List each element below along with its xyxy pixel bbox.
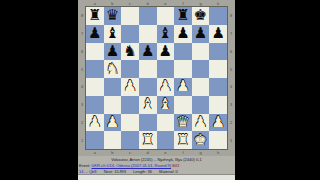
rank-label-8: 8 bbox=[78, 7, 86, 25]
square-f6 bbox=[174, 43, 192, 61]
square-h1 bbox=[209, 131, 227, 149]
file-label-e: e bbox=[157, 149, 175, 156]
square-d7 bbox=[139, 25, 157, 43]
square-f8: ♜ bbox=[174, 7, 192, 25]
square-c4: ♟ bbox=[121, 78, 139, 96]
file-label-c: c bbox=[121, 0, 139, 7]
square-h2: ♟ bbox=[209, 114, 227, 132]
square-e4: ♟ bbox=[157, 78, 175, 96]
square-e7: ♝ bbox=[157, 25, 175, 43]
rank-label-2: 2 bbox=[78, 114, 86, 132]
file-label-c: c bbox=[121, 149, 139, 156]
black-king-g8: ♚ bbox=[194, 8, 207, 23]
rank-labels-right: 87654321 bbox=[227, 7, 235, 149]
square-c6: ♞ bbox=[121, 43, 139, 61]
rank-label-5: 5 bbox=[78, 60, 86, 78]
rank-label-7: 7 bbox=[227, 25, 235, 43]
black-bishop-e7: ♝ bbox=[159, 26, 172, 41]
players-line: Vokoutov, Anton (2245) -- Nyzhnyk, Illya… bbox=[78, 157, 235, 162]
white-knight-b5: ♞ bbox=[106, 61, 119, 76]
caption-bottom-strip bbox=[78, 174, 235, 180]
square-g6 bbox=[192, 43, 210, 61]
white-king-g1: ♚ bbox=[194, 132, 207, 147]
white-pawn-b2: ♟ bbox=[106, 114, 119, 129]
rank-label-1: 1 bbox=[227, 131, 235, 149]
rank-label-8: 8 bbox=[227, 7, 235, 25]
square-h6 bbox=[209, 43, 227, 61]
file-label-h: h bbox=[209, 0, 227, 7]
square-f1: ♜ bbox=[174, 131, 192, 149]
white-rook-d1: ♜ bbox=[141, 132, 154, 147]
black-knight-c6: ♞ bbox=[123, 43, 136, 58]
square-a7: ♟ bbox=[86, 25, 104, 43]
square-a1 bbox=[86, 131, 104, 149]
square-b4 bbox=[104, 78, 122, 96]
square-e3: ♝ bbox=[157, 96, 175, 114]
black-pawn-a7: ♟ bbox=[88, 26, 101, 41]
rank-label-4: 4 bbox=[78, 78, 86, 96]
square-b7: ♝ bbox=[104, 25, 122, 43]
video-frame: abcdefgh 87654321 87654321 ♜♛♜♚♟♝♝♟♟♟♟♞♟… bbox=[0, 0, 320, 180]
black-pawn-b6: ♟ bbox=[106, 43, 119, 58]
square-a6 bbox=[86, 43, 104, 61]
square-d4 bbox=[139, 78, 157, 96]
square-h4 bbox=[209, 78, 227, 96]
black-pawn-f7: ♟ bbox=[176, 26, 189, 41]
white-pawn-a2: ♟ bbox=[88, 114, 101, 129]
square-c3 bbox=[121, 96, 139, 114]
file-label-f: f bbox=[174, 149, 192, 156]
square-f5 bbox=[174, 60, 192, 78]
square-b8: ♛ bbox=[104, 7, 122, 25]
square-d5 bbox=[139, 60, 157, 78]
square-a5 bbox=[86, 60, 104, 78]
square-b5: ♞ bbox=[104, 60, 122, 78]
file-labels-bottom: abcdefgh bbox=[86, 149, 227, 156]
square-g8: ♚ bbox=[192, 7, 210, 25]
white-pawn-f4: ♟ bbox=[176, 79, 189, 94]
players-separator: -- bbox=[154, 157, 157, 162]
white-rook-f1: ♜ bbox=[176, 132, 189, 147]
square-b1 bbox=[104, 131, 122, 149]
white-queen-f2: ♛ bbox=[176, 114, 189, 129]
square-d3: ♝ bbox=[139, 96, 157, 114]
square-d6: ♟ bbox=[139, 43, 157, 61]
white-pawn-g2: ♟ bbox=[194, 114, 207, 129]
square-f7: ♟ bbox=[174, 25, 192, 43]
square-c1 bbox=[121, 131, 139, 149]
rank-label-6: 6 bbox=[78, 43, 86, 61]
square-h7: ♟ bbox=[209, 25, 227, 43]
white-player-name: Vokoutov, Anton (2245) bbox=[111, 157, 152, 162]
file-label-a: a bbox=[86, 149, 104, 156]
rank-label-4: 4 bbox=[227, 78, 235, 96]
white-bishop-d3: ♝ bbox=[141, 97, 154, 112]
black-queen-b8: ♛ bbox=[106, 8, 119, 23]
file-label-h: h bbox=[209, 149, 227, 156]
square-a2: ♟ bbox=[86, 114, 104, 132]
rank-label-3: 3 bbox=[78, 96, 86, 114]
square-e5 bbox=[157, 60, 175, 78]
square-e2 bbox=[157, 114, 175, 132]
file-label-d: d bbox=[139, 0, 157, 7]
black-rook-f8: ♜ bbox=[176, 8, 189, 23]
square-h8 bbox=[209, 7, 227, 25]
white-pawn-h2: ♟ bbox=[211, 114, 224, 129]
square-d8 bbox=[139, 7, 157, 25]
black-pawn-h7: ♟ bbox=[211, 26, 224, 41]
square-c8 bbox=[121, 7, 139, 25]
square-d1: ♜ bbox=[139, 131, 157, 149]
black-bishop-b7: ♝ bbox=[106, 26, 119, 41]
game-result: 0-1 bbox=[196, 157, 202, 162]
square-d2 bbox=[139, 114, 157, 132]
event-link: UKR-ch U14, Odessa (2007.01.01, Round 9) bbox=[91, 163, 171, 168]
square-h3 bbox=[209, 96, 227, 114]
square-c5 bbox=[121, 60, 139, 78]
chess-diagram-panel: abcdefgh 87654321 87654321 ♜♛♜♚♟♝♝♟♟♟♟♞♟… bbox=[78, 0, 235, 180]
square-a8: ♜ bbox=[86, 7, 104, 25]
square-e6: ♟ bbox=[157, 43, 175, 61]
chess-board: ♜♛♜♚♟♝♝♟♟♟♟♞♟♟♞♟♟♟♝♝♟♟♛♟♟♜♜♚ bbox=[86, 7, 227, 149]
square-b3 bbox=[104, 96, 122, 114]
square-f4: ♟ bbox=[174, 78, 192, 96]
black-pawn-e6: ♟ bbox=[159, 43, 172, 58]
rank-label-1: 1 bbox=[78, 131, 86, 149]
white-pawn-e4: ♟ bbox=[159, 79, 172, 94]
square-e8 bbox=[157, 7, 175, 25]
square-g4 bbox=[192, 78, 210, 96]
rank-label-5: 5 bbox=[227, 60, 235, 78]
square-b2: ♟ bbox=[104, 114, 122, 132]
black-player-name: Nyzhnyk, Illya (2440) bbox=[157, 157, 194, 162]
eco-code: B43 bbox=[172, 163, 179, 168]
square-h5 bbox=[209, 60, 227, 78]
square-b6: ♟ bbox=[104, 43, 122, 61]
file-label-b: b bbox=[104, 149, 122, 156]
square-c7 bbox=[121, 25, 139, 43]
rank-label-7: 7 bbox=[78, 25, 86, 43]
file-label-d: d bbox=[139, 149, 157, 156]
rank-label-6: 6 bbox=[227, 43, 235, 61]
square-g7: ♟ bbox=[192, 25, 210, 43]
square-f3 bbox=[174, 96, 192, 114]
event-line: Event: UKR-ch U14, Odessa (2007.01.01, R… bbox=[78, 163, 235, 168]
rank-labels-left: 87654321 bbox=[78, 7, 86, 149]
file-label-g: g bbox=[192, 149, 210, 156]
white-bishop-e3: ♝ bbox=[159, 97, 172, 112]
square-e1 bbox=[157, 131, 175, 149]
square-a4 bbox=[86, 78, 104, 96]
square-g1: ♚ bbox=[192, 131, 210, 149]
black-rook-a8: ♜ bbox=[88, 8, 101, 23]
square-g3 bbox=[192, 96, 210, 114]
black-pawn-d6: ♟ bbox=[141, 43, 154, 58]
white-pawn-c4: ♟ bbox=[123, 79, 136, 94]
square-g2: ♟ bbox=[192, 114, 210, 132]
square-g5 bbox=[192, 60, 210, 78]
square-c2 bbox=[121, 114, 139, 132]
black-pawn-g7: ♟ bbox=[194, 26, 207, 41]
rank-label-3: 3 bbox=[227, 96, 235, 114]
square-f2: ♛ bbox=[174, 114, 192, 132]
square-a3 bbox=[86, 96, 104, 114]
rank-label-2: 2 bbox=[227, 114, 235, 132]
file-label-e: e bbox=[157, 0, 175, 7]
event-label: Event: bbox=[79, 163, 90, 168]
